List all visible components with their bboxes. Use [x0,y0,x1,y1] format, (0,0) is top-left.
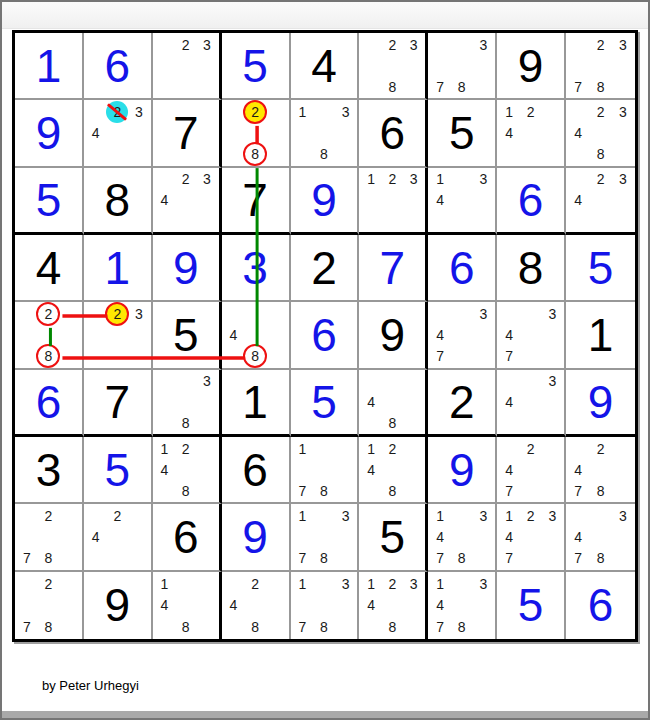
candidate-slot-2: 2 [382,34,403,55]
cell-r9c4[interactable]: 248 [222,572,291,639]
candidate-slot-8: 8 [244,346,266,367]
cell-r1c9[interactable]: 2378 [566,33,635,100]
candidate-slot-6 [335,526,357,547]
candidate-slot-3: 3 [541,505,563,526]
candidate-slot-2 [175,371,196,392]
cell-r7c8[interactable]: 247 [497,437,566,504]
candidate-slot-9 [196,412,217,433]
given-digit: 4 [311,43,337,89]
candidate-grid: 278 [16,573,81,638]
candidate-slot-8: 8 [313,480,335,501]
cell-r7c2[interactable]: 5 [84,437,153,504]
cell-r5c6[interactable]: 9 [359,302,428,369]
candidate-slot-9 [473,548,495,569]
cell-r3c5[interactable]: 9 [291,168,360,235]
cell-r2c4[interactable]: 28 [222,100,291,167]
candidate-slot-8: 8 [451,616,473,638]
candidate-slot-6 [612,189,634,210]
candidate-slot-9 [128,346,150,367]
candidate-slot-3: 3 [335,573,357,595]
candidate-slot-6 [266,122,288,143]
candidate-slot-3: 3 [612,505,634,526]
candidate-slot-7 [223,346,245,367]
cell-r2c8[interactable]: 124 [497,100,566,167]
candidate-digit: 7 [23,620,31,634]
candidate-slot-9 [196,76,217,97]
candidate-slot-6 [541,459,563,480]
cell-r4c2[interactable]: 1 [84,235,153,302]
candidate-slot-2: 2 [589,101,611,122]
cell-r1c3[interactable]: 23 [153,33,222,100]
cell-r7c7[interactable]: 9 [428,437,497,504]
cell-r7c3[interactable]: 1248 [153,437,222,504]
candidate-digit: 7 [574,484,582,498]
candidate-slot-8: 8 [382,480,403,501]
candidate-slot-5 [38,594,60,616]
candidate-digit: 2 [527,442,535,456]
cell-r5c1[interactable]: 28 [15,302,84,369]
candidate-slot-6 [335,459,357,480]
candidate-slot-8 [382,210,403,231]
candidate-slot-2: 2 [38,573,60,595]
candidate-digit: 8 [388,80,396,94]
candidate-slot-2 [313,438,335,459]
candidate-grid: 123 [360,169,424,231]
cell-r1c2[interactable]: 6 [84,33,153,100]
candidate-digit: 8 [320,147,328,161]
cell-r3c1[interactable]: 5 [15,168,84,235]
candidate-grid: 1378 [292,505,357,568]
cell-r2c2[interactable]: 234 [84,100,153,167]
cell-r3c7[interactable]: 134 [428,168,497,235]
candidate-grid: 34 [498,371,563,433]
candidate-slot-9 [473,346,495,367]
candidate-slot-6 [473,526,495,547]
candidate-slot-9 [403,76,424,97]
solved-digit: 5 [518,582,544,628]
candidate-slot-4: 4 [567,122,589,143]
candidate-slot-4 [154,55,175,76]
candidate-slot-8 [520,412,542,433]
candidate-digit: 8 [388,484,396,498]
candidate-slot-9 [266,144,288,165]
window-toolbar [2,2,648,29]
solved-digit: 5 [36,177,62,223]
candidate-slot-7: 7 [292,548,314,569]
cell-r2c9[interactable]: 2348 [566,100,635,167]
candidate-digit: 1 [367,577,375,591]
candidate-grid: 24 [85,505,150,568]
candidate-slot-7 [360,480,381,501]
cell-r5c8[interactable]: 347 [497,302,566,369]
candidate-slot-6 [196,459,217,480]
cell-r2c6[interactable]: 6 [359,100,428,167]
solved-digit: 9 [242,514,268,560]
cell-r6c7[interactable]: 2 [428,370,497,437]
candidate-digit: 8 [597,551,605,565]
cell-r6c4[interactable]: 1 [222,370,291,437]
cell-r3c3[interactable]: 234 [153,168,222,235]
cell-r6c9[interactable]: 9 [566,370,635,437]
candidate-slot-7: 7 [429,346,451,367]
cell-r9c8[interactable]: 5 [497,572,566,639]
candidate-slot-8: 8 [175,616,196,638]
cell-r4c4[interactable]: 3 [222,235,291,302]
given-digit: 5 [380,514,406,560]
candidate-slot-7: 7 [567,480,589,501]
candidate-slot-5 [313,459,335,480]
cell-r8c7[interactable]: 13478 [428,504,497,571]
candidate-digit: 3 [342,105,350,119]
cell-r6c8[interactable]: 34 [497,370,566,437]
candidate-slot-9 [473,616,495,638]
given-digit: 7 [105,379,131,425]
candidate-slot-3: 3 [473,573,495,595]
given-digit: 9 [105,582,131,628]
candidate-slot-5 [244,122,266,143]
cell-r4c6[interactable]: 7 [359,235,428,302]
candidate-digit: 4 [436,193,444,207]
candidate-digit: 8 [182,620,190,634]
candidate-slot-1 [567,34,589,55]
candidate-grid: 134 [429,169,494,231]
candidate-slot-4: 4 [429,189,451,210]
candidate-digit: 1 [436,172,444,186]
candidate-digit: 3 [619,38,627,52]
cell-r2c7[interactable]: 5 [428,100,497,167]
cell-r8c8[interactable]: 12347 [497,504,566,571]
candidate-digit: 4 [436,328,444,342]
candidate-slot-4: 4 [85,122,107,143]
candidate-slot-5 [313,122,335,143]
candidate-grid: 2478 [567,438,634,501]
candidate-slot-4: 4 [154,189,175,210]
cell-r7c4[interactable]: 6 [222,437,291,504]
cell-r3c6[interactable]: 123 [359,168,428,235]
candidate-slot-7: 7 [292,480,314,501]
candidate-grid: 48 [223,303,288,366]
cell-r6c1[interactable]: 6 [15,370,84,437]
candidate-slot-2 [589,505,611,526]
candidate-slot-8: 8 [589,76,611,97]
candidate-slot-2: 2 [382,438,403,459]
candidate-slot-8 [520,144,542,165]
cell-r2c5[interactable]: 138 [291,100,360,167]
cell-r9c1[interactable]: 278 [15,572,84,639]
candidate-slot-2: 2 [244,101,266,122]
candidate-slot-1 [16,303,38,324]
candidate-slot-4 [429,55,451,76]
cell-r1c6[interactable]: 238 [359,33,428,100]
candidate-slot-3: 3 [403,573,424,595]
candidate-digit: 4 [161,463,169,477]
candidate-slot-8 [107,346,129,367]
candidate-slot-2: 2 [107,303,129,324]
cell-r1c1[interactable]: 1 [15,33,84,100]
cell-r4c5[interactable]: 2 [291,235,360,302]
candidate-slot-6 [403,55,424,76]
candidate-slot-2 [313,505,335,526]
cell-r9c6[interactable]: 12348 [359,572,428,639]
candidate-slot-6 [59,526,81,547]
candidate-slot-7 [360,412,381,433]
candidate-digit: 4 [367,598,375,612]
candidate-slot-5 [520,526,542,547]
cell-r2c1[interactable]: 9 [15,100,84,167]
candidate-slot-7 [85,548,107,569]
cell-r7c9[interactable]: 2478 [566,437,635,504]
candidate-digit: 7 [436,551,444,565]
candidate-slot-9 [196,480,217,501]
candidate-slot-1 [16,505,38,526]
candidate-digit: 1 [436,577,444,591]
candidate-digit: 4 [161,598,169,612]
candidate-slot-7 [85,346,107,367]
candidate-slot-8: 8 [244,616,266,638]
given-digit: 2 [311,245,337,291]
candidate-slot-6 [612,459,634,480]
candidate-slot-1 [85,101,107,122]
cell-r4c7[interactable]: 6 [428,235,497,302]
candidate-grid: 38 [154,371,218,433]
candidate-slot-3: 3 [335,505,357,526]
candidate-slot-1 [429,34,451,55]
candidate-slot-1 [567,505,589,526]
candidate-slot-4 [16,324,38,345]
candidate-slot-6 [473,324,495,345]
cell-r5c7[interactable]: 347 [428,302,497,369]
cell-r3c4[interactable]: 7 [222,168,291,235]
cell-r9c3[interactable]: 148 [153,572,222,639]
candidate-digit: 4 [574,463,582,477]
candidate-slot-4: 4 [498,526,520,547]
candidate-slot-3: 3 [335,101,357,122]
candidate-slot-4: 4 [223,324,245,345]
cell-r8c2[interactable]: 24 [84,504,153,571]
candidate-slot-9 [335,616,357,638]
red-circle-mark [36,302,60,326]
solved-digit: 9 [588,379,614,425]
candidate-slot-3 [403,438,424,459]
candidate-digit: 2 [597,38,605,52]
candidate-digit: 2 [388,442,396,456]
candidate-slot-2: 2 [38,505,60,526]
candidate-digit: 3 [342,509,350,523]
candidate-slot-6 [403,459,424,480]
candidate-slot-9 [541,346,563,367]
candidate-slot-7: 7 [429,548,451,569]
candidate-digit: 8 [388,416,396,430]
cell-r5c5[interactable]: 6 [291,302,360,369]
candidate-digit: 2 [45,509,53,523]
candidate-slot-5 [107,122,129,143]
candidate-slot-7: 7 [16,548,38,569]
candidate-slot-5 [589,55,611,76]
candidate-slot-8: 8 [38,346,60,367]
candidate-grid: 28 [223,101,288,164]
candidate-slot-9 [266,346,288,367]
candidate-slot-7: 7 [498,480,520,501]
candidate-slot-4: 4 [360,391,381,412]
cell-r9c5[interactable]: 1378 [291,572,360,639]
candidate-slot-3 [266,101,288,122]
candidate-slot-3: 3 [196,169,217,190]
candidate-slot-5 [107,324,129,345]
cell-r7c5[interactable]: 178 [291,437,360,504]
candidate-slot-7 [498,144,520,165]
candidate-slot-5 [451,189,473,210]
cell-r3c9[interactable]: 234 [566,168,635,235]
candidate-slot-1: 1 [429,169,451,190]
candidate-slot-6 [196,55,217,76]
cell-r8c6[interactable]: 5 [359,504,428,571]
candidate-slot-8 [589,210,611,231]
candidate-slot-3: 3 [612,169,634,190]
candidate-slot-3: 3 [612,34,634,55]
cell-r6c6[interactable]: 48 [359,370,428,437]
cell-r1c8[interactable]: 9 [497,33,566,100]
candidate-slot-8 [451,346,473,367]
candidate-slot-5 [382,189,403,210]
candidate-digit: 3 [410,38,418,52]
candidate-slot-3: 3 [128,101,150,122]
candidate-slot-3 [335,438,357,459]
candidate-slot-3: 3 [541,371,563,392]
cell-r9c9[interactable]: 6 [566,572,635,639]
cell-r4c3[interactable]: 9 [153,235,222,302]
candidate-slot-3 [541,101,563,122]
candidate-slot-4: 4 [498,122,520,143]
candidate-grid: 28 [16,303,81,366]
given-digit: 9 [518,43,544,89]
cell-r1c4[interactable]: 5 [222,33,291,100]
cell-r3c2[interactable]: 8 [84,168,153,235]
candidate-digit: 3 [342,577,350,591]
candidate-slot-5 [451,324,473,345]
cell-r1c5[interactable]: 4 [291,33,360,100]
given-digit: 6 [380,110,406,156]
candidate-slot-5 [38,526,60,547]
candidate-slot-1: 1 [498,101,520,122]
cell-r4c8[interactable]: 8 [497,235,566,302]
candidate-slot-2 [244,303,266,324]
solved-digit: 9 [173,245,199,291]
cell-r6c2[interactable]: 7 [84,370,153,437]
candidate-slot-8: 8 [175,480,196,501]
cell-r8c5[interactable]: 1378 [291,504,360,571]
candidate-slot-2: 2 [175,438,196,459]
candidate-grid: 347 [498,303,563,366]
cell-r4c9[interactable]: 5 [566,235,635,302]
candidate-digit: 4 [436,598,444,612]
cell-r9c2[interactable]: 9 [84,572,153,639]
candidate-slot-4 [154,391,175,412]
candidate-slot-7: 7 [16,616,38,638]
candidate-grid: 138 [292,101,357,164]
candidate-slot-5 [589,459,611,480]
cell-r3c8[interactable]: 6 [497,168,566,235]
cell-r7c1[interactable]: 3 [15,437,84,504]
candidate-digit: 8 [597,147,605,161]
candidate-slot-4: 4 [567,189,589,210]
candidate-grid: 2378 [567,34,634,97]
candidate-slot-1 [498,303,520,324]
cell-r8c9[interactable]: 3478 [566,504,635,571]
candidate-slot-3: 3 [473,303,495,324]
cell-r5c9[interactable]: 1 [566,302,635,369]
candidate-slot-5 [589,189,611,210]
cell-r6c3[interactable]: 38 [153,370,222,437]
cell-r7c6[interactable]: 1248 [359,437,428,504]
candidate-slot-4 [292,594,314,616]
candidate-grid: 148 [154,573,218,638]
candidate-slot-1 [567,169,589,190]
cell-r5c4[interactable]: 48 [222,302,291,369]
candidate-slot-3: 3 [473,34,495,55]
candidate-slot-8: 8 [313,144,335,165]
cell-r6c5[interactable]: 5 [291,370,360,437]
candidate-slot-3 [128,505,150,526]
candidate-slot-4: 4 [498,459,520,480]
candidate-slot-5 [589,122,611,143]
cell-r4c1[interactable]: 4 [15,235,84,302]
candidate-slot-6 [196,189,217,210]
cell-r8c3[interactable]: 6 [153,504,222,571]
cell-r1c7[interactable]: 378 [428,33,497,100]
candidate-slot-1: 1 [360,169,381,190]
candidate-slot-5 [520,122,542,143]
given-digit: 6 [173,514,199,560]
candidate-digit: 4 [574,193,582,207]
cell-r8c4[interactable]: 9 [222,504,291,571]
cell-r5c3[interactable]: 5 [153,302,222,369]
candidate-slot-2: 2 [175,34,196,55]
candidate-digit: 3 [135,307,143,321]
candidate-slot-5 [244,594,266,616]
red-circle-mark [243,344,267,368]
candidate-slot-5 [244,324,266,345]
solved-digit: 6 [36,379,62,425]
cell-r8c1[interactable]: 278 [15,504,84,571]
candidate-digit: 2 [182,38,190,52]
cell-r5c2[interactable]: 23 [84,302,153,369]
candidate-slot-2: 2 [107,505,129,526]
candidate-slot-5 [38,324,60,345]
cell-r2c3[interactable]: 7 [153,100,222,167]
candidate-digit: 8 [458,551,466,565]
candidate-slot-5 [175,459,196,480]
candidate-slot-1: 1 [292,505,314,526]
candidate-slot-5 [520,324,542,345]
candidate-slot-5 [382,459,403,480]
candidate-slot-5 [175,594,196,616]
candidate-grid: 2348 [567,101,634,164]
cell-r9c7[interactable]: 13478 [428,572,497,639]
candidate-grid: 124 [498,101,563,164]
candidate-slot-6 [128,526,150,547]
candidate-slot-7: 7 [567,76,589,97]
candidate-grid: 12348 [360,573,424,638]
candidate-slot-2: 2 [38,303,60,324]
given-digit: 5 [173,312,199,358]
solved-digit: 9 [36,110,62,156]
candidate-slot-6 [196,594,217,616]
candidate-digit: 1 [298,509,306,523]
candidate-slot-9 [266,616,288,638]
candidate-slot-1 [85,505,107,526]
candidate-slot-5 [520,459,542,480]
candidate-slot-8: 8 [244,144,266,165]
